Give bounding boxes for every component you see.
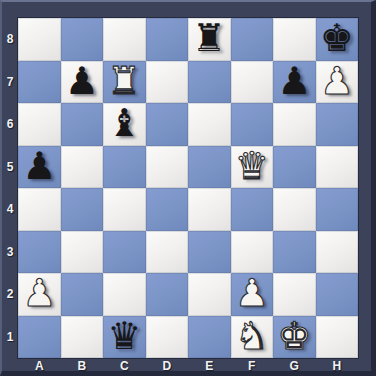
piece-black-pawn-g7[interactable]: ♟ — [277, 62, 311, 100]
piece-black-bishop-c6[interactable]: ♝ — [107, 104, 141, 142]
square-e8[interactable]: ♜ — [188, 18, 231, 61]
piece-black-rook-e8[interactable]: ♜ — [192, 19, 226, 57]
square-c5[interactable] — [103, 146, 146, 189]
chess-board: ♜♚♟♜♟♟♝♟♛♟♟♛♞♚ — [18, 18, 358, 358]
square-c6[interactable]: ♝ — [103, 103, 146, 146]
square-h5[interactable] — [316, 146, 359, 189]
square-a6[interactable] — [18, 103, 61, 146]
square-f7[interactable] — [231, 61, 274, 104]
rank-label-2: 2 — [2, 273, 18, 316]
square-g2[interactable] — [273, 273, 316, 316]
square-f1[interactable]: ♞ — [231, 316, 274, 359]
square-b5[interactable] — [61, 146, 104, 189]
piece-white-pawn-h7[interactable]: ♟ — [320, 62, 354, 100]
square-g4[interactable] — [273, 188, 316, 231]
square-b2[interactable] — [61, 273, 104, 316]
square-d1[interactable] — [146, 316, 189, 359]
file-label-e: E — [188, 358, 231, 373]
square-h3[interactable] — [316, 231, 359, 274]
square-f8[interactable] — [231, 18, 274, 61]
square-b4[interactable] — [61, 188, 104, 231]
square-g8[interactable] — [273, 18, 316, 61]
file-label-g: G — [273, 358, 316, 373]
square-e1[interactable] — [188, 316, 231, 359]
file-label-c: C — [103, 358, 146, 373]
piece-white-queen-f5[interactable]: ♛ — [235, 147, 269, 185]
square-e4[interactable] — [188, 188, 231, 231]
square-c4[interactable] — [103, 188, 146, 231]
square-d6[interactable] — [146, 103, 189, 146]
square-g6[interactable] — [273, 103, 316, 146]
piece-black-queen-c1[interactable]: ♛ — [107, 317, 141, 355]
square-a3[interactable] — [18, 231, 61, 274]
piece-black-king-h8[interactable]: ♚ — [320, 19, 354, 57]
square-h1[interactable] — [316, 316, 359, 359]
square-f6[interactable] — [231, 103, 274, 146]
square-h8[interactable]: ♚ — [316, 18, 359, 61]
piece-white-rook-c7[interactable]: ♜ — [107, 62, 141, 100]
piece-white-pawn-f2[interactable]: ♟ — [235, 274, 269, 312]
file-label-h: H — [316, 358, 359, 373]
file-label-f: F — [231, 358, 274, 373]
square-c3[interactable] — [103, 231, 146, 274]
square-c2[interactable] — [103, 273, 146, 316]
rank-label-1: 1 — [2, 316, 18, 359]
square-d4[interactable] — [146, 188, 189, 231]
rank-label-4: 4 — [2, 188, 18, 231]
piece-white-knight-f1[interactable]: ♞ — [235, 317, 269, 355]
square-b7[interactable]: ♟ — [61, 61, 104, 104]
file-labels: ABCDEFGH — [18, 358, 358, 373]
square-d2[interactable] — [146, 273, 189, 316]
square-d3[interactable] — [146, 231, 189, 274]
square-g3[interactable] — [273, 231, 316, 274]
rank-label-7: 7 — [2, 61, 18, 104]
square-c8[interactable] — [103, 18, 146, 61]
square-e7[interactable] — [188, 61, 231, 104]
piece-black-pawn-b7[interactable]: ♟ — [65, 62, 99, 100]
rank-labels: 87654321 — [2, 18, 18, 358]
square-h2[interactable] — [316, 273, 359, 316]
square-e2[interactable] — [188, 273, 231, 316]
square-f5[interactable]: ♛ — [231, 146, 274, 189]
file-label-d: D — [146, 358, 189, 373]
square-a2[interactable]: ♟ — [18, 273, 61, 316]
square-b6[interactable] — [61, 103, 104, 146]
square-e3[interactable] — [188, 231, 231, 274]
square-c7[interactable]: ♜ — [103, 61, 146, 104]
square-b8[interactable] — [61, 18, 104, 61]
square-f4[interactable] — [231, 188, 274, 231]
square-g1[interactable]: ♚ — [273, 316, 316, 359]
file-label-a: A — [18, 358, 61, 373]
square-a7[interactable] — [18, 61, 61, 104]
square-f3[interactable] — [231, 231, 274, 274]
square-f2[interactable]: ♟ — [231, 273, 274, 316]
square-e5[interactable] — [188, 146, 231, 189]
square-b1[interactable] — [61, 316, 104, 359]
square-h7[interactable]: ♟ — [316, 61, 359, 104]
square-a1[interactable] — [18, 316, 61, 359]
square-a4[interactable] — [18, 188, 61, 231]
square-g5[interactable] — [273, 146, 316, 189]
square-g7[interactable]: ♟ — [273, 61, 316, 104]
piece-white-king-g1[interactable]: ♚ — [277, 317, 311, 355]
piece-black-pawn-a5[interactable]: ♟ — [22, 147, 56, 185]
file-label-b: B — [61, 358, 104, 373]
square-d5[interactable] — [146, 146, 189, 189]
square-b3[interactable] — [61, 231, 104, 274]
rank-label-3: 3 — [2, 231, 18, 274]
square-h6[interactable] — [316, 103, 359, 146]
rank-label-5: 5 — [2, 146, 18, 189]
square-d8[interactable] — [146, 18, 189, 61]
rank-label-6: 6 — [2, 103, 18, 146]
square-e6[interactable] — [188, 103, 231, 146]
piece-white-pawn-a2[interactable]: ♟ — [22, 274, 56, 312]
rank-label-8: 8 — [2, 18, 18, 61]
square-d7[interactable] — [146, 61, 189, 104]
chess-diagram-frame: 87654321 ♜♚♟♜♟♟♝♟♛♟♟♛♞♚ ABCDEFGH — [0, 0, 376, 376]
square-c1[interactable]: ♛ — [103, 316, 146, 359]
square-a8[interactable] — [18, 18, 61, 61]
square-h4[interactable] — [316, 188, 359, 231]
square-a5[interactable]: ♟ — [18, 146, 61, 189]
